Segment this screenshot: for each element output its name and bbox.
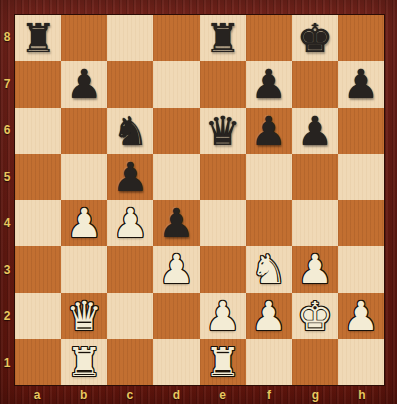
- square-d5[interactable]: [153, 154, 199, 200]
- file-label-g: g: [292, 386, 338, 404]
- black-queen-icon[interactable]: ♛: [205, 108, 241, 154]
- white-pawn-icon[interactable]: ♟: [343, 293, 379, 339]
- square-g5[interactable]: [292, 154, 338, 200]
- square-a1[interactable]: [15, 339, 61, 385]
- square-b3[interactable]: [61, 246, 107, 292]
- square-g3[interactable]: ♟: [292, 246, 338, 292]
- square-e7[interactable]: [200, 61, 246, 107]
- square-h1[interactable]: [338, 339, 384, 385]
- square-d3[interactable]: ♟: [153, 246, 199, 292]
- square-d8[interactable]: [153, 15, 199, 61]
- square-g2[interactable]: ♚: [292, 293, 338, 339]
- square-f5[interactable]: [246, 154, 292, 200]
- square-h7[interactable]: ♟: [338, 61, 384, 107]
- square-e1[interactable]: ♜: [200, 339, 246, 385]
- square-b8[interactable]: [61, 15, 107, 61]
- black-pawn-icon[interactable]: ♟: [66, 61, 102, 107]
- file-label-b: b: [60, 386, 106, 404]
- square-h3[interactable]: [338, 246, 384, 292]
- black-pawn-icon[interactable]: ♟: [112, 154, 148, 200]
- square-d2[interactable]: [153, 293, 199, 339]
- square-f8[interactable]: [246, 15, 292, 61]
- square-b6[interactable]: [61, 108, 107, 154]
- black-pawn-icon[interactable]: ♟: [297, 108, 333, 154]
- square-f3[interactable]: ♞: [246, 246, 292, 292]
- square-f7[interactable]: ♟: [246, 61, 292, 107]
- square-c3[interactable]: [107, 246, 153, 292]
- square-g7[interactable]: [292, 61, 338, 107]
- square-f2[interactable]: ♟: [246, 293, 292, 339]
- black-pawn-icon[interactable]: ♟: [251, 108, 287, 154]
- square-b2[interactable]: ♛: [61, 293, 107, 339]
- square-h2[interactable]: ♟: [338, 293, 384, 339]
- square-b5[interactable]: [61, 154, 107, 200]
- square-c5[interactable]: ♟: [107, 154, 153, 200]
- square-a4[interactable]: [15, 200, 61, 246]
- rank-label-3: 3: [0, 247, 14, 294]
- black-pawn-icon[interactable]: ♟: [159, 200, 195, 246]
- white-rook-icon[interactable]: ♜: [205, 339, 241, 385]
- square-e4[interactable]: [200, 200, 246, 246]
- square-c6[interactable]: ♞: [107, 108, 153, 154]
- square-e6[interactable]: ♛: [200, 108, 246, 154]
- square-b1[interactable]: ♜: [61, 339, 107, 385]
- white-pawn-icon[interactable]: ♟: [205, 293, 241, 339]
- square-h8[interactable]: [338, 15, 384, 61]
- square-e8[interactable]: ♜: [200, 15, 246, 61]
- square-e3[interactable]: [200, 246, 246, 292]
- square-d4[interactable]: ♟: [153, 200, 199, 246]
- square-h5[interactable]: [338, 154, 384, 200]
- file-label-c: c: [107, 386, 153, 404]
- black-knight-icon[interactable]: ♞: [112, 108, 148, 154]
- square-c8[interactable]: [107, 15, 153, 61]
- square-f6[interactable]: ♟: [246, 108, 292, 154]
- black-king-icon[interactable]: ♚: [297, 15, 333, 61]
- square-a8[interactable]: ♜: [15, 15, 61, 61]
- square-g1[interactable]: [292, 339, 338, 385]
- square-h6[interactable]: [338, 108, 384, 154]
- square-e2[interactable]: ♟: [200, 293, 246, 339]
- square-g4[interactable]: [292, 200, 338, 246]
- white-rook-icon[interactable]: ♜: [66, 339, 102, 385]
- rank-label-2: 2: [0, 293, 14, 340]
- square-g8[interactable]: ♚: [292, 15, 338, 61]
- white-pawn-icon[interactable]: ♟: [251, 293, 287, 339]
- file-labels: abcdefgh: [14, 386, 385, 404]
- chess-board: ♜♜♚♟♟♟♞♛♟♟♟♟♟♟♟♞♟♛♟♟♚♟♜♜: [14, 14, 385, 386]
- square-d6[interactable]: [153, 108, 199, 154]
- square-d7[interactable]: [153, 61, 199, 107]
- square-f1[interactable]: [246, 339, 292, 385]
- square-a3[interactable]: [15, 246, 61, 292]
- file-label-f: f: [246, 386, 292, 404]
- square-c7[interactable]: [107, 61, 153, 107]
- rank-label-1: 1: [0, 340, 14, 387]
- white-pawn-icon[interactable]: ♟: [297, 246, 333, 292]
- rank-label-6: 6: [0, 107, 14, 154]
- square-c2[interactable]: [107, 293, 153, 339]
- white-queen-icon[interactable]: ♛: [66, 293, 102, 339]
- white-pawn-icon[interactable]: ♟: [66, 200, 102, 246]
- chess-board-frame: 87654321 ♜♜♚♟♟♟♞♛♟♟♟♟♟♟♟♞♟♛♟♟♚♟♜♜ abcdef…: [0, 0, 397, 404]
- rank-label-7: 7: [0, 61, 14, 108]
- square-d1[interactable]: [153, 339, 199, 385]
- square-c4[interactable]: ♟: [107, 200, 153, 246]
- square-e5[interactable]: [200, 154, 246, 200]
- white-king-icon[interactable]: ♚: [297, 293, 333, 339]
- file-label-e: e: [200, 386, 246, 404]
- file-label-d: d: [153, 386, 199, 404]
- square-g6[interactable]: ♟: [292, 108, 338, 154]
- rank-label-5: 5: [0, 154, 14, 201]
- square-a2[interactable]: [15, 293, 61, 339]
- white-pawn-icon[interactable]: ♟: [159, 246, 195, 292]
- rank-labels: 87654321: [0, 14, 14, 386]
- file-label-h: h: [339, 386, 385, 404]
- rank-label-8: 8: [0, 14, 14, 61]
- rank-label-4: 4: [0, 200, 14, 247]
- black-rook-icon[interactable]: ♜: [20, 15, 56, 61]
- square-b4[interactable]: ♟: [61, 200, 107, 246]
- square-a7[interactable]: [15, 61, 61, 107]
- black-pawn-icon[interactable]: ♟: [251, 61, 287, 107]
- square-h4[interactable]: [338, 200, 384, 246]
- square-f4[interactable]: [246, 200, 292, 246]
- square-a6[interactable]: [15, 108, 61, 154]
- black-pawn-icon[interactable]: ♟: [343, 61, 379, 107]
- white-knight-icon[interactable]: ♞: [251, 246, 287, 292]
- square-b7[interactable]: ♟: [61, 61, 107, 107]
- white-pawn-icon[interactable]: ♟: [112, 200, 148, 246]
- black-rook-icon[interactable]: ♜: [205, 15, 241, 61]
- square-c1[interactable]: [107, 339, 153, 385]
- square-a5[interactable]: [15, 154, 61, 200]
- file-label-a: a: [14, 386, 60, 404]
